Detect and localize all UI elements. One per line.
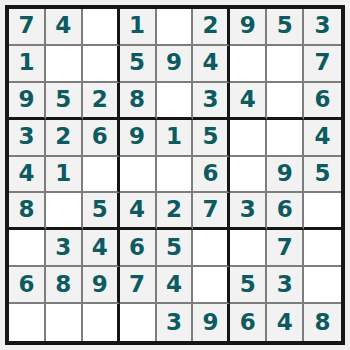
cell-r4c3[interactable]: 6	[83, 120, 120, 157]
cell-r5c9[interactable]: 5	[304, 157, 341, 194]
cell-r3c6[interactable]: 3	[193, 83, 230, 120]
cell-r3c3[interactable]: 2	[83, 83, 120, 120]
cell-r5c3[interactable]	[83, 157, 120, 194]
cell-r7c5[interactable]: 5	[157, 230, 194, 267]
sudoku-board: 7412953159479528346326915441695854273634…	[5, 5, 345, 345]
cell-r8c5[interactable]: 4	[157, 267, 194, 304]
cell-r2c1[interactable]: 1	[9, 46, 46, 83]
cell-r3c2[interactable]: 5	[46, 83, 83, 120]
cell-r2c8[interactable]	[267, 46, 304, 83]
cell-r9c5[interactable]: 3	[157, 304, 194, 341]
cell-r8c7[interactable]: 5	[230, 267, 267, 304]
cell-r6c1[interactable]: 8	[9, 193, 46, 230]
cell-r5c7[interactable]	[230, 157, 267, 194]
cell-r6c5[interactable]: 2	[157, 193, 194, 230]
cell-r7c9[interactable]	[304, 230, 341, 267]
cell-r7c4[interactable]: 6	[120, 230, 157, 267]
cell-r9c7[interactable]: 6	[230, 304, 267, 341]
cell-r6c2[interactable]	[46, 193, 83, 230]
cell-r9c6[interactable]: 9	[193, 304, 230, 341]
cell-r1c3[interactable]	[83, 9, 120, 46]
cell-r1c6[interactable]: 2	[193, 9, 230, 46]
cell-r3c5[interactable]	[157, 83, 194, 120]
cell-r9c8[interactable]: 4	[267, 304, 304, 341]
cell-r6c3[interactable]: 5	[83, 193, 120, 230]
cell-r4c8[interactable]	[267, 120, 304, 157]
cell-r5c6[interactable]: 6	[193, 157, 230, 194]
cell-r8c4[interactable]: 7	[120, 267, 157, 304]
cell-r2c5[interactable]: 9	[157, 46, 194, 83]
cell-r2c7[interactable]	[230, 46, 267, 83]
page: 7412953159479528346326915441695854273634…	[0, 0, 350, 350]
cell-r1c5[interactable]	[157, 9, 194, 46]
cell-r7c2[interactable]: 3	[46, 230, 83, 267]
cell-r6c6[interactable]: 7	[193, 193, 230, 230]
cell-r1c4[interactable]: 1	[120, 9, 157, 46]
cell-r9c9[interactable]: 8	[304, 304, 341, 341]
cell-r8c9[interactable]	[304, 267, 341, 304]
cell-r6c9[interactable]	[304, 193, 341, 230]
cell-r7c3[interactable]: 4	[83, 230, 120, 267]
cell-r5c4[interactable]	[120, 157, 157, 194]
cell-r8c3[interactable]: 9	[83, 267, 120, 304]
cell-r2c3[interactable]	[83, 46, 120, 83]
cell-r4c7[interactable]	[230, 120, 267, 157]
cell-r7c1[interactable]	[9, 230, 46, 267]
cell-r7c6[interactable]	[193, 230, 230, 267]
cell-r4c2[interactable]: 2	[46, 120, 83, 157]
cell-r8c8[interactable]: 3	[267, 267, 304, 304]
cell-r4c5[interactable]: 1	[157, 120, 194, 157]
cell-r5c8[interactable]: 9	[267, 157, 304, 194]
cell-r9c1[interactable]	[9, 304, 46, 341]
cell-r9c2[interactable]	[46, 304, 83, 341]
cell-r3c7[interactable]: 4	[230, 83, 267, 120]
cell-r6c4[interactable]: 4	[120, 193, 157, 230]
cell-r4c9[interactable]: 4	[304, 120, 341, 157]
cell-r4c1[interactable]: 3	[9, 120, 46, 157]
cell-r1c7[interactable]: 9	[230, 9, 267, 46]
cell-r1c1[interactable]: 7	[9, 9, 46, 46]
cell-r3c9[interactable]: 6	[304, 83, 341, 120]
cell-r9c4[interactable]	[120, 304, 157, 341]
cell-r3c1[interactable]: 9	[9, 83, 46, 120]
cell-r2c6[interactable]: 4	[193, 46, 230, 83]
cell-r7c8[interactable]: 7	[267, 230, 304, 267]
cell-r2c9[interactable]: 7	[304, 46, 341, 83]
cell-r5c2[interactable]: 1	[46, 157, 83, 194]
cell-r4c4[interactable]: 9	[120, 120, 157, 157]
cell-r2c4[interactable]: 5	[120, 46, 157, 83]
cell-r3c8[interactable]	[267, 83, 304, 120]
cell-r1c2[interactable]: 4	[46, 9, 83, 46]
cell-r2c2[interactable]	[46, 46, 83, 83]
cell-r8c1[interactable]: 6	[9, 267, 46, 304]
cell-r5c5[interactable]	[157, 157, 194, 194]
cell-r6c7[interactable]: 3	[230, 193, 267, 230]
cell-r5c1[interactable]: 4	[9, 157, 46, 194]
cell-r1c8[interactable]: 5	[267, 9, 304, 46]
cell-r9c3[interactable]	[83, 304, 120, 341]
cell-r3c4[interactable]: 8	[120, 83, 157, 120]
cell-r7c7[interactable]	[230, 230, 267, 267]
cell-r6c8[interactable]: 6	[267, 193, 304, 230]
cell-r4c6[interactable]: 5	[193, 120, 230, 157]
cell-r8c2[interactable]: 8	[46, 267, 83, 304]
cell-r1c9[interactable]: 3	[304, 9, 341, 46]
cell-r8c6[interactable]	[193, 267, 230, 304]
